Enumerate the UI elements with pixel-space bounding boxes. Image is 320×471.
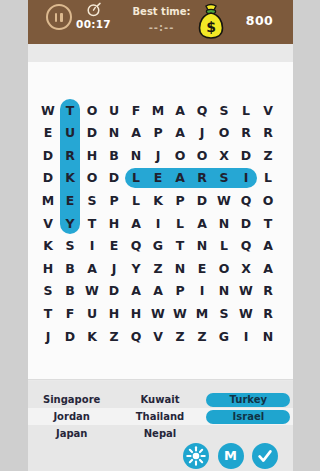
grid-cell-r9c10[interactable]: W — [235, 280, 257, 303]
grid-cell-r8c4[interactable]: J — [103, 257, 125, 280]
grid-cell-r11c10[interactable]: I — [235, 325, 257, 348]
grid-cell-r4c6[interactable]: E — [147, 167, 169, 190]
grid-cell-r2c3[interactable]: D — [81, 121, 103, 144]
grid-cell-r5c7[interactable]: P — [169, 189, 191, 212]
grid-cell-r10c5[interactable]: H — [125, 302, 147, 325]
word-singapore: Singapore — [28, 391, 116, 408]
grid-cell-r10c2[interactable]: F — [59, 302, 81, 325]
grid-cell-r7c3[interactable]: I — [81, 234, 103, 257]
grid-cell-r7c1[interactable]: K — [37, 234, 59, 257]
grid-cell-r6c1[interactable]: V — [37, 212, 59, 235]
grid-cell-r4c2[interactable]: K — [59, 167, 81, 190]
grid-cell-r9c11[interactable]: R — [257, 280, 279, 303]
grid-cell-r6c6[interactable]: I — [147, 212, 169, 235]
grid-cell-r7c8[interactable]: N — [191, 234, 213, 257]
elapsed-time: 00:17 — [75, 18, 113, 30]
score-value: 800 — [238, 13, 282, 28]
magnet-button[interactable]: M — [218, 443, 244, 469]
grid-cell-r2c7[interactable]: A — [169, 121, 191, 144]
word-kuwait: Kuwait — [116, 391, 204, 408]
grid-cell-r2c10[interactable]: R — [235, 121, 257, 144]
top-bar: 00:17 Best time: --:-- $ 800 — [28, 0, 293, 44]
grid-cell-r6c3[interactable]: T — [81, 212, 103, 235]
grid-cell-r3c2[interactable]: R — [59, 144, 81, 167]
grid-cell-r4c5[interactable]: L — [125, 167, 147, 190]
grid-cell-r2c11[interactable]: R — [257, 121, 279, 144]
best-time-label: Best time: — [124, 6, 200, 17]
word-search-app: 00:17 Best time: --:-- $ 800 WTOUFMAQSLV… — [28, 0, 293, 471]
letter-m-icon: M — [224, 448, 237, 463]
grid-cell-r11c4[interactable]: Z — [103, 325, 125, 348]
grid-cell-r9c5[interactable]: A — [125, 280, 147, 303]
grid-cell-r6c11[interactable]: T — [257, 212, 279, 235]
grid-cell-r2c1[interactable]: E — [37, 121, 59, 144]
grid-cell-r5c5[interactable]: L — [125, 189, 147, 212]
hint-button[interactable] — [183, 443, 209, 469]
grid-cell-r4c4[interactable]: D — [103, 167, 125, 190]
grid-cell-r1c7[interactable]: A — [169, 99, 191, 122]
word-japan: Japan — [28, 425, 116, 442]
grid-cell-r11c2[interactable]: D — [59, 325, 81, 348]
grid-cell-r7c9[interactable]: L — [213, 234, 235, 257]
grid-cell-r9c8[interactable]: I — [191, 280, 213, 303]
grid-cell-r1c6[interactable]: M — [147, 99, 169, 122]
checkmark-icon — [255, 446, 275, 466]
grid-cell-r1c5[interactable]: F — [125, 99, 147, 122]
grid-cell-r10c6[interactable]: W — [147, 302, 169, 325]
grid-cell-r10c7[interactable]: W — [169, 302, 191, 325]
grid-cell-r9c6[interactable]: A — [147, 280, 169, 303]
grid-cell-r3c8[interactable]: O — [191, 144, 213, 167]
grid-cell-r5c6[interactable]: K — [147, 189, 169, 212]
grid-cell-r8c7[interactable]: N — [169, 257, 191, 280]
grid-cell-r6c8[interactable]: A — [191, 212, 213, 235]
grid-cell-r7c7[interactable]: T — [169, 234, 191, 257]
word-israel: Israel — [204, 408, 292, 425]
grid-cell-r11c8[interactable]: Z — [191, 325, 213, 348]
word-list-row: JordanThailandIsrael — [28, 408, 293, 425]
grid-cell-r4c9[interactable]: S — [213, 167, 235, 190]
pause-icon — [55, 13, 58, 22]
svg-text:$: $ — [206, 19, 216, 35]
word-grid: WTOUFMAQSLVEUDNAPAJORRDRHBNJOOXDZDKODLEA… — [37, 99, 279, 348]
grid-cell-r8c3[interactable]: A — [81, 257, 103, 280]
grid-cell-r5c10[interactable]: Q — [235, 189, 257, 212]
grid-cell-r2c8[interactable]: J — [191, 121, 213, 144]
grid-cell-r8c10[interactable]: X — [235, 257, 257, 280]
word-jordan: Jordan — [28, 408, 116, 425]
word-thailand: Thailand — [116, 408, 204, 425]
grid-cell-r6c4[interactable]: H — [103, 212, 125, 235]
grid-cell-r11c9[interactable]: G — [213, 325, 235, 348]
grid-cell-r5c1[interactable]: M — [37, 189, 59, 212]
grid-cell-r11c7[interactable]: Z — [169, 325, 191, 348]
grid-cell-r1c1[interactable]: W — [37, 99, 59, 122]
grid-cell-r7c6[interactable]: G — [147, 234, 169, 257]
best-time-group: Best time: --:-- — [124, 6, 200, 33]
grid-cell-r3c4[interactable]: B — [103, 144, 125, 167]
grid-cell-r4c10[interactable]: I — [235, 167, 257, 190]
grid-cell-r8c5[interactable]: Y — [125, 257, 147, 280]
pause-button[interactable] — [46, 4, 72, 30]
pause-icon — [60, 13, 63, 22]
sparkle-icon — [185, 445, 207, 467]
grid-cell-r10c9[interactable]: S — [213, 302, 235, 325]
grid-cell-r11c5[interactable]: Q — [125, 325, 147, 348]
grid-cell-r3c1[interactable]: D — [37, 144, 59, 167]
grid-cell-r10c11[interactable]: R — [257, 302, 279, 325]
grid-cell-r8c6[interactable]: Z — [147, 257, 169, 280]
grid-cell-r11c1[interactable]: J — [37, 325, 59, 348]
grid-cell-r3c5[interactable]: N — [125, 144, 147, 167]
grid-cell-r10c1[interactable]: T — [37, 302, 59, 325]
grid-cell-r7c11[interactable]: A — [257, 234, 279, 257]
check-button[interactable] — [252, 443, 278, 469]
money-bag-icon: $ — [196, 3, 226, 45]
grid-cell-r9c1[interactable]: S — [37, 280, 59, 303]
best-time-value: --:-- — [124, 22, 200, 33]
grid-cell-r3c9[interactable]: X — [213, 144, 235, 167]
grid-cell-r9c3[interactable]: W — [81, 280, 103, 303]
grid-cell-r1c11[interactable]: V — [257, 99, 279, 122]
grid-cell-r7c4[interactable]: E — [103, 234, 125, 257]
found-word-pill: Turkey — [206, 393, 290, 407]
grid-cell-r5c11[interactable]: O — [257, 189, 279, 212]
grid-cell-r4c7[interactable]: A — [169, 167, 191, 190]
grid-cell-r3c6[interactable]: J — [147, 144, 169, 167]
grid-cell-r1c2[interactable]: T — [59, 99, 81, 122]
grid-cell-r2c5[interactable]: A — [125, 121, 147, 144]
grid-cell-r7c5[interactable]: Q — [125, 234, 147, 257]
grid-cell-r6c7[interactable]: L — [169, 212, 191, 235]
word-nepal: Nepal — [116, 425, 204, 442]
grid-cell-r2c2[interactable]: U — [59, 121, 81, 144]
grid-cell-r6c2[interactable]: Y — [59, 212, 81, 235]
grid-cell-r7c10[interactable]: Q — [235, 234, 257, 257]
grid-cell-r5c2[interactable]: E — [59, 189, 81, 212]
found-word-pill: Israel — [206, 410, 290, 424]
grid-cell-r2c6[interactable]: P — [147, 121, 169, 144]
grid-cell-r6c5[interactable]: A — [125, 212, 147, 235]
grid-cell-r5c4[interactable]: P — [103, 189, 125, 212]
word-empty — [204, 425, 292, 442]
grid-cell-r10c10[interactable]: W — [235, 302, 257, 325]
grid-cell-r1c4[interactable]: U — [103, 99, 125, 122]
grid-cell-r1c10[interactable]: L — [235, 99, 257, 122]
grid-cell-r7c2[interactable]: S — [59, 234, 81, 257]
grid-cell-r11c6[interactable]: V — [147, 325, 169, 348]
word-list: SingaporeKuwaitTurkeyJordanThailandIsrae… — [28, 391, 293, 442]
grid-cell-r3c3[interactable]: H — [81, 144, 103, 167]
timer-group: 00:17 — [75, 2, 113, 30]
grid-cell-r5c9[interactable]: W — [213, 189, 235, 212]
grid-cell-r3c7[interactable]: O — [169, 144, 191, 167]
grid-cell-r3c10[interactable]: D — [235, 144, 257, 167]
grid-cell-r8c8[interactable]: E — [191, 257, 213, 280]
grid-cell-r8c11[interactable]: A — [257, 257, 279, 280]
grid-cell-r10c8[interactable]: M — [191, 302, 213, 325]
grid-cell-r5c8[interactable]: D — [191, 189, 213, 212]
grid-cell-r5c3[interactable]: S — [81, 189, 103, 212]
grid-cell-r11c3[interactable]: K — [81, 325, 103, 348]
grid-cell-r3c11[interactable]: Z — [257, 144, 279, 167]
grid-cell-r9c2[interactable]: B — [59, 280, 81, 303]
grid-cell-r4c8[interactable]: R — [191, 167, 213, 190]
stopwatch-icon — [86, 2, 102, 17]
word-turkey: Turkey — [204, 391, 292, 408]
word-list-row: SingaporeKuwaitTurkey — [28, 391, 293, 408]
grid-cell-r9c4[interactable]: D — [103, 280, 125, 303]
grid-cell-r1c3[interactable]: O — [81, 99, 103, 122]
grid-cell-r4c3[interactable]: O — [81, 167, 103, 190]
grid-cell-r4c11[interactable]: L — [257, 167, 279, 190]
grid-cell-r1c9[interactable]: S — [213, 99, 235, 122]
grid-cell-r6c10[interactable]: D — [235, 212, 257, 235]
grid-cell-r8c2[interactable]: B — [59, 257, 81, 280]
grid-cell-r4c1[interactable]: D — [37, 167, 59, 190]
grid-cell-r2c9[interactable]: O — [213, 121, 235, 144]
grid-cell-r2c4[interactable]: N — [103, 121, 125, 144]
grid-cell-r1c8[interactable]: Q — [191, 99, 213, 122]
grid-cell-r10c4[interactable]: H — [103, 302, 125, 325]
grid-cell-r8c9[interactable]: O — [213, 257, 235, 280]
grid-cell-r11c11[interactable]: N — [257, 325, 279, 348]
grid-cell-r9c7[interactable]: P — [169, 280, 191, 303]
grid-cell-r10c3[interactable]: U — [81, 302, 103, 325]
grid-cell-r9c9[interactable]: N — [213, 280, 235, 303]
grid-cell-r6c9[interactable]: N — [213, 212, 235, 235]
grid-cell-r8c1[interactable]: H — [37, 257, 59, 280]
word-list-row: JapanNepal — [28, 425, 293, 442]
